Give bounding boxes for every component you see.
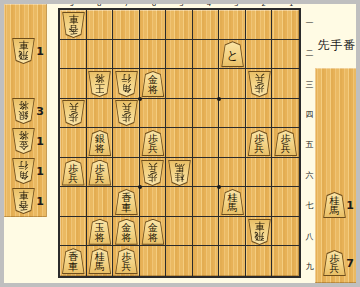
piece-kanji-char: 角 (121, 83, 131, 93)
piece-kanji: 桂馬 (88, 248, 111, 274)
piece-kanji-char: 将 (95, 233, 105, 243)
piece-kanji-char: 兵 (281, 144, 291, 154)
file-labels: 987654321 (58, 0, 305, 8)
piece-香車-9九[interactable]: 香車 (62, 248, 85, 274)
file-label-7: 7 (113, 0, 140, 8)
hoshi-point (138, 185, 142, 189)
piece-kanji: 歩兵 (62, 100, 85, 126)
piece-kanji: 桂馬 (221, 189, 244, 215)
piece-銀将-8五[interactable]: 銀将 (88, 130, 111, 156)
piece-kanji: 歩兵 (323, 250, 346, 276)
piece-桂馬-8九[interactable]: 桂馬 (88, 248, 111, 274)
piece-歩兵-2五[interactable]: 歩兵 (248, 130, 271, 156)
piece-kanji: 歩兵 (248, 130, 271, 156)
piece-kanji-char: 銀 (19, 110, 29, 120)
piece-kanji-char: 将 (148, 85, 158, 95)
piece-kanji: 歩兵 (141, 130, 164, 156)
piece-歩兵-6五[interactable]: 歩兵 (141, 130, 164, 156)
piece-kanji-char: 歩 (121, 112, 131, 122)
piece-金将[interactable]: 金将 (12, 128, 35, 154)
gote-captured-stand: 飛車1銀将3金将1角行1香車1 (4, 4, 47, 217)
piece-kanji-char: 将 (19, 100, 29, 110)
piece-玉将-8八[interactable]: 玉将 (88, 219, 111, 245)
piece-角行[interactable]: 角行 (12, 158, 35, 184)
piece-香車[interactable]: 香車 (12, 188, 35, 214)
file-label-5: 5 (168, 0, 195, 8)
piece-銀将[interactable]: 銀将 (12, 98, 35, 124)
piece-金将-7八[interactable]: 金将 (115, 219, 138, 245)
piece-kanji-char: 兵 (254, 144, 264, 154)
hand-count-香車: 1 (36, 195, 44, 208)
piece-桂馬-3七[interactable]: 桂馬 (221, 189, 244, 215)
piece-kanji: 銀将 (88, 130, 111, 156)
piece-kanji-char: 馬 (228, 203, 238, 213)
piece-kanji-char: 香 (19, 200, 29, 210)
piece-kanji-char: 兵 (95, 174, 105, 184)
hand-count-銀将: 3 (36, 105, 44, 118)
piece-香車-7七[interactable]: 香車 (115, 189, 138, 215)
rank-label-4: 四 (303, 99, 316, 129)
piece-kanji: 飛車 (12, 38, 35, 64)
file-label-2: 2 (250, 0, 277, 8)
hand-count-角行: 1 (36, 165, 44, 178)
piece-kanji: 金将 (12, 128, 35, 154)
piece-kanji-char: 車 (68, 14, 78, 24)
piece-kanji: 金将 (141, 219, 164, 245)
piece-kanji: 王将 (88, 71, 111, 97)
piece-歩兵-8六[interactable]: 歩兵 (88, 160, 111, 186)
hand-count-桂馬: 1 (346, 199, 354, 212)
piece-kanji: 香車 (62, 248, 85, 274)
file-label-8: 8 (85, 0, 112, 8)
piece-桂馬-5六[interactable]: 桂馬 (168, 160, 191, 186)
piece-kanji: 歩兵 (115, 248, 138, 274)
piece-kanji-char: 将 (148, 233, 158, 243)
file-label-4: 4 (195, 0, 222, 8)
rank-label-1: 一 (303, 8, 316, 38)
piece-kanji-char: 兵 (121, 102, 131, 112)
file-label-3: 3 (223, 0, 250, 8)
piece-layer: 香車と王将角行金将歩兵歩兵歩兵銀将歩兵歩兵歩兵歩兵歩兵歩兵桂馬香車桂馬玉将金将金… (60, 10, 299, 276)
piece-歩兵-2三[interactable]: 歩兵 (248, 71, 271, 97)
piece-kanji: 角行 (12, 158, 35, 184)
file-label-6: 6 (140, 0, 167, 8)
piece-kanji-char: 金 (19, 140, 29, 150)
piece-kanji: 歩兵 (274, 130, 297, 156)
piece-歩兵-7四[interactable]: 歩兵 (115, 100, 138, 126)
piece-kanji-char: 将 (19, 130, 29, 140)
piece-kanji: 銀将 (12, 98, 35, 124)
piece-kanji-char: 兵 (254, 73, 264, 83)
piece-金将-6八[interactable]: 金将 (141, 219, 164, 245)
piece-飛車-2八[interactable]: 飛車 (248, 219, 271, 245)
piece-kanji-char: 車 (121, 203, 131, 213)
rank-label-8: 八 (303, 221, 316, 251)
piece-金将-6三[interactable]: 金将 (141, 71, 164, 97)
piece-kanji-char: 兵 (148, 162, 158, 172)
hand-count-金将: 1 (36, 135, 44, 148)
piece-と-3二[interactable]: と (221, 41, 244, 67)
piece-kanji-char: 車 (19, 190, 29, 200)
piece-kanji-char: 兵 (148, 144, 158, 154)
file-label-9: 9 (58, 0, 85, 8)
piece-kanji: 桂馬 (323, 192, 346, 218)
piece-王将-8三[interactable]: 王将 (88, 71, 111, 97)
piece-kanji-char: 車 (19, 40, 29, 50)
rank-label-3: 三 (303, 69, 316, 99)
hand-count-飛車: 1 (36, 45, 44, 58)
piece-kanji: 飛車 (248, 219, 271, 245)
file-label-1: 1 (278, 0, 305, 8)
piece-kanji-char: 兵 (330, 264, 340, 274)
piece-kanji-char: 角 (19, 170, 29, 180)
piece-桂馬[interactable]: 桂馬 (323, 192, 346, 218)
piece-kanji-char: 将 (95, 73, 105, 83)
rank-label-9: 九 (303, 252, 316, 282)
piece-kanji: 歩兵 (141, 160, 164, 186)
piece-kanji-char: 歩 (148, 172, 158, 182)
shogi-diagram: 飛車1銀将3金将1角行1香車1 桂馬1歩兵7 987654321 一二三四五六七… (0, 0, 360, 287)
piece-kanji-char: 将 (95, 144, 105, 154)
piece-歩兵-9四[interactable]: 歩兵 (62, 100, 85, 126)
piece-kanji-char: 歩 (68, 112, 78, 122)
turn-indicator: 先手番 (314, 37, 360, 54)
piece-kanji-char: 香 (68, 24, 78, 34)
piece-kanji-char: 桂 (175, 172, 185, 182)
piece-kanji-char: 車 (254, 221, 264, 231)
piece-kanji-char: 将 (121, 233, 131, 243)
hand-count-歩兵: 7 (346, 257, 354, 270)
piece-kanji-char: と (226, 50, 238, 60)
piece-飛車[interactable]: 飛車 (12, 38, 35, 64)
piece-kanji: 角行 (115, 71, 138, 97)
rank-label-6: 六 (303, 160, 316, 190)
piece-歩兵-9六[interactable]: 歩兵 (62, 160, 85, 186)
piece-kanji: 歩兵 (88, 160, 111, 186)
piece-歩兵-6六[interactable]: 歩兵 (141, 160, 164, 186)
hoshi-point (217, 185, 221, 189)
piece-歩兵-7九[interactable]: 歩兵 (115, 248, 138, 274)
piece-kanji-char: 飛 (19, 50, 29, 60)
piece-kanji-char: 兵 (68, 174, 78, 184)
piece-歩兵[interactable]: 歩兵 (323, 250, 346, 276)
piece-香車-9一[interactable]: 香車 (62, 12, 85, 38)
piece-kanji: 香車 (62, 12, 85, 38)
sente-captured-stand: 桂馬1歩兵7 (315, 68, 357, 283)
rank-label-7: 七 (303, 191, 316, 221)
piece-kanji: 歩兵 (248, 71, 271, 97)
piece-kanji: 金将 (115, 219, 138, 245)
hoshi-point (138, 97, 142, 101)
piece-kanji-char: 兵 (121, 262, 131, 272)
piece-歩兵-1五[interactable]: 歩兵 (274, 130, 297, 156)
piece-kanji: 玉将 (88, 219, 111, 245)
piece-kanji-char: 兵 (68, 102, 78, 112)
piece-kanji: 香車 (12, 188, 35, 214)
piece-kanji: と (221, 41, 244, 67)
piece-kanji-char: 飛 (254, 231, 264, 241)
board: 香車と王将角行金将歩兵歩兵歩兵銀将歩兵歩兵歩兵歩兵歩兵歩兵桂馬香車桂馬玉将金将金… (58, 8, 301, 278)
piece-kanji-char: 歩 (254, 83, 264, 93)
piece-kanji-char: 馬 (95, 262, 105, 272)
piece-kanji-char: 馬 (175, 162, 185, 172)
piece-kanji: 歩兵 (115, 100, 138, 126)
piece-kanji: 歩兵 (62, 160, 85, 186)
piece-kanji: 香車 (115, 189, 138, 215)
piece-角行-7三[interactable]: 角行 (115, 71, 138, 97)
piece-kanji: 桂馬 (168, 160, 191, 186)
piece-kanji-char: 馬 (330, 206, 340, 216)
hoshi-point (217, 97, 221, 101)
piece-kanji-char: 王 (95, 83, 105, 93)
piece-kanji-char: 行 (121, 73, 131, 83)
piece-kanji: 金将 (141, 71, 164, 97)
rank-label-5: 五 (303, 130, 316, 160)
piece-kanji-char: 車 (68, 262, 78, 272)
piece-kanji-char: 行 (19, 160, 29, 170)
